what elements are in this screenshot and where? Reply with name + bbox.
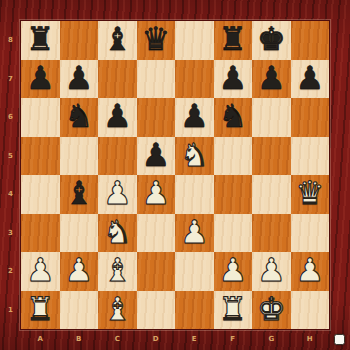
side-to-move-indicator <box>334 334 345 345</box>
square-g7[interactable]: ♟ <box>252 60 291 99</box>
black-rook-a8[interactable]: ♜ <box>26 23 55 55</box>
square-e7[interactable] <box>175 60 214 99</box>
square-a4[interactable] <box>21 175 60 214</box>
rank-label-7: 7 <box>0 60 21 99</box>
white-pawn-g2[interactable]: ♟ <box>257 254 286 286</box>
black-knight-f6[interactable]: ♞ <box>218 100 247 132</box>
file-label-d: D <box>137 329 176 349</box>
file-label-a: A <box>21 329 60 349</box>
square-a7[interactable]: ♟ <box>21 60 60 99</box>
square-c4[interactable]: ♟ <box>98 175 137 214</box>
black-pawn-c6[interactable]: ♟ <box>103 100 132 132</box>
black-pawn-a7[interactable]: ♟ <box>26 62 55 94</box>
black-bishop-c8[interactable]: ♝ <box>103 23 132 55</box>
chess-board-frame: ♜♝♛♜♚♟♟♟♟♟♞♟♟♞♟♞♝♟♟♛♞♟♟♟♝♟♟♟♜♝♜♚ 8765432… <box>0 0 350 350</box>
white-pawn-a2[interactable]: ♟ <box>26 254 55 286</box>
white-rook-a1[interactable]: ♜ <box>26 293 55 325</box>
square-c7[interactable] <box>98 60 137 99</box>
black-pawn-h7[interactable]: ♟ <box>295 62 324 94</box>
square-b7[interactable]: ♟ <box>60 60 99 99</box>
rank-label-3: 3 <box>0 214 21 253</box>
square-d3[interactable] <box>137 214 176 253</box>
white-pawn-h2[interactable]: ♟ <box>295 254 324 286</box>
square-f6[interactable]: ♞ <box>214 98 253 137</box>
white-pawn-b2[interactable]: ♟ <box>64 254 93 286</box>
square-a8[interactable]: ♜ <box>21 21 60 60</box>
square-f4[interactable] <box>214 175 253 214</box>
square-g1[interactable]: ♚ <box>252 291 291 330</box>
square-e2[interactable] <box>175 252 214 291</box>
square-d7[interactable] <box>137 60 176 99</box>
square-g6[interactable] <box>252 98 291 137</box>
square-h7[interactable]: ♟ <box>291 60 330 99</box>
square-g2[interactable]: ♟ <box>252 252 291 291</box>
square-h8[interactable] <box>291 21 330 60</box>
square-c2[interactable]: ♝ <box>98 252 137 291</box>
square-h5[interactable] <box>291 137 330 176</box>
square-b2[interactable]: ♟ <box>60 252 99 291</box>
square-f2[interactable]: ♟ <box>214 252 253 291</box>
white-queen-h4[interactable]: ♛ <box>295 177 324 209</box>
black-pawn-f7[interactable]: ♟ <box>218 62 247 94</box>
file-label-c: C <box>98 329 137 349</box>
white-king-g1[interactable]: ♚ <box>257 293 286 325</box>
square-c6[interactable]: ♟ <box>98 98 137 137</box>
white-bishop-c2[interactable]: ♝ <box>103 254 132 286</box>
square-d6[interactable] <box>137 98 176 137</box>
white-pawn-c4[interactable]: ♟ <box>103 177 132 209</box>
square-b1[interactable] <box>60 291 99 330</box>
square-c1[interactable]: ♝ <box>98 291 137 330</box>
file-label-e: E <box>175 329 214 349</box>
square-a1[interactable]: ♜ <box>21 291 60 330</box>
square-e1[interactable] <box>175 291 214 330</box>
rank-label-4: 4 <box>0 175 21 214</box>
square-h6[interactable] <box>291 98 330 137</box>
square-f1[interactable]: ♜ <box>214 291 253 330</box>
square-a6[interactable] <box>21 98 60 137</box>
square-b6[interactable]: ♞ <box>60 98 99 137</box>
square-f8[interactable]: ♜ <box>214 21 253 60</box>
square-b8[interactable] <box>60 21 99 60</box>
file-label-f: F <box>214 329 253 349</box>
file-label-g: G <box>252 329 291 349</box>
white-pawn-d4[interactable]: ♟ <box>141 177 170 209</box>
chess-board: ♜♝♛♜♚♟♟♟♟♟♞♟♟♞♟♞♝♟♟♛♞♟♟♟♝♟♟♟♜♝♜♚ <box>21 21 329 329</box>
square-b4[interactable]: ♝ <box>60 175 99 214</box>
black-rook-f8[interactable]: ♜ <box>218 23 247 55</box>
white-knight-e5[interactable]: ♞ <box>180 139 209 171</box>
square-d4[interactable]: ♟ <box>137 175 176 214</box>
square-a3[interactable] <box>21 214 60 253</box>
square-d5[interactable]: ♟ <box>137 137 176 176</box>
black-pawn-d5[interactable]: ♟ <box>141 139 170 171</box>
square-g3[interactable] <box>252 214 291 253</box>
file-label-h: H <box>291 329 330 349</box>
square-a5[interactable] <box>21 137 60 176</box>
square-h3[interactable] <box>291 214 330 253</box>
square-b3[interactable] <box>60 214 99 253</box>
square-h1[interactable] <box>291 291 330 330</box>
square-a2[interactable]: ♟ <box>21 252 60 291</box>
black-queen-d8[interactable]: ♛ <box>141 23 170 55</box>
square-f5[interactable] <box>214 137 253 176</box>
white-bishop-c1[interactable]: ♝ <box>103 293 132 325</box>
white-pawn-e3[interactable]: ♟ <box>180 216 209 248</box>
square-c8[interactable]: ♝ <box>98 21 137 60</box>
black-pawn-b7[interactable]: ♟ <box>64 62 93 94</box>
black-bishop-b4[interactable]: ♝ <box>64 177 93 209</box>
square-g4[interactable] <box>252 175 291 214</box>
rank-label-2: 2 <box>0 252 21 291</box>
square-b5[interactable] <box>60 137 99 176</box>
rank-label-6: 6 <box>0 98 21 137</box>
square-e6[interactable]: ♟ <box>175 98 214 137</box>
square-e3[interactable]: ♟ <box>175 214 214 253</box>
rank-label-8: 8 <box>0 21 21 60</box>
square-d2[interactable] <box>137 252 176 291</box>
square-f7[interactable]: ♟ <box>214 60 253 99</box>
file-label-b: B <box>60 329 99 349</box>
square-e8[interactable] <box>175 21 214 60</box>
rank-label-1: 1 <box>0 291 21 330</box>
square-d8[interactable]: ♛ <box>137 21 176 60</box>
square-h2[interactable]: ♟ <box>291 252 330 291</box>
black-pawn-g7[interactable]: ♟ <box>257 62 286 94</box>
black-pawn-e6[interactable]: ♟ <box>180 100 209 132</box>
white-knight-c3[interactable]: ♞ <box>103 216 132 248</box>
square-e5[interactable]: ♞ <box>175 137 214 176</box>
square-e4[interactable] <box>175 175 214 214</box>
square-c5[interactable] <box>98 137 137 176</box>
rank-label-5: 5 <box>0 137 21 176</box>
square-f3[interactable] <box>214 214 253 253</box>
white-rook-f1[interactable]: ♜ <box>218 293 247 325</box>
black-knight-b6[interactable]: ♞ <box>64 100 93 132</box>
white-pawn-f2[interactable]: ♟ <box>218 254 247 286</box>
square-h4[interactable]: ♛ <box>291 175 330 214</box>
square-g8[interactable]: ♚ <box>252 21 291 60</box>
black-king-g8[interactable]: ♚ <box>257 23 286 55</box>
square-d1[interactable] <box>137 291 176 330</box>
square-c3[interactable]: ♞ <box>98 214 137 253</box>
square-g5[interactable] <box>252 137 291 176</box>
